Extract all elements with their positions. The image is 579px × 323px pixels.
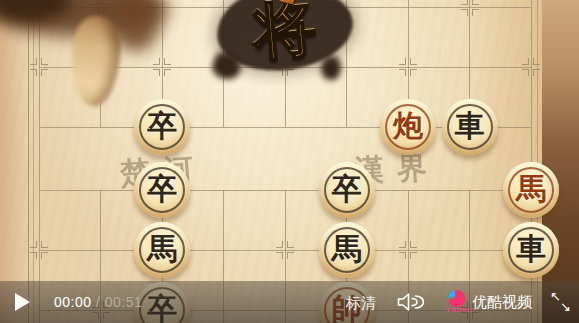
- xiangqi-piece-red-馬: 馬: [503, 162, 559, 218]
- xiangqi-piece-black-馬: 馬: [319, 222, 375, 278]
- play-button[interactable]: [15, 293, 30, 311]
- youku-brand-text: 优酷视频: [472, 293, 532, 312]
- time-separator: /: [92, 294, 105, 310]
- seal-character: 将: [252, 0, 319, 64]
- gold-seal-watermark: 将: [217, 0, 353, 70]
- seal-drip: [321, 56, 341, 80]
- fullscreen-button[interactable]: ↖ ↘: [550, 290, 576, 316]
- xiangqi-piece-red-炮: 炮: [380, 99, 436, 155]
- video-control-bar: 00:00 / 00:51 标清 YOUKU 优酷视频 ↖ ↘: [0, 281, 579, 323]
- xiangqi-piece-black-車: 車: [442, 99, 498, 155]
- youku-sub-text: YOUKU: [446, 307, 473, 313]
- video-player-frame: 楚河 漢界 卒炮車卒卒馬馬馬車卒帥 将 00:00 / 00:51 标清: [0, 0, 579, 323]
- quality-selector[interactable]: 标清: [346, 294, 376, 313]
- youku-brand[interactable]: YOUKU 优酷视频: [446, 289, 532, 315]
- xiangqi-piece-black-卒: 卒: [134, 162, 190, 218]
- fullscreen-arrow-se: ↘: [560, 299, 571, 314]
- xiangqi-piece-black-卒: 卒: [134, 99, 190, 155]
- xiangqi-piece-black-車: 車: [503, 222, 559, 278]
- xiangqi-piece-black-馬: 馬: [134, 222, 190, 278]
- xiangqi-piece-black-卒: 卒: [319, 162, 375, 218]
- time-current: 00:00: [54, 294, 92, 310]
- time-display: 00:00 / 00:51: [54, 294, 142, 310]
- time-duration: 00:51: [105, 294, 143, 310]
- youku-logo-icon: YOUKU: [446, 289, 468, 315]
- volume-icon[interactable]: [396, 292, 424, 312]
